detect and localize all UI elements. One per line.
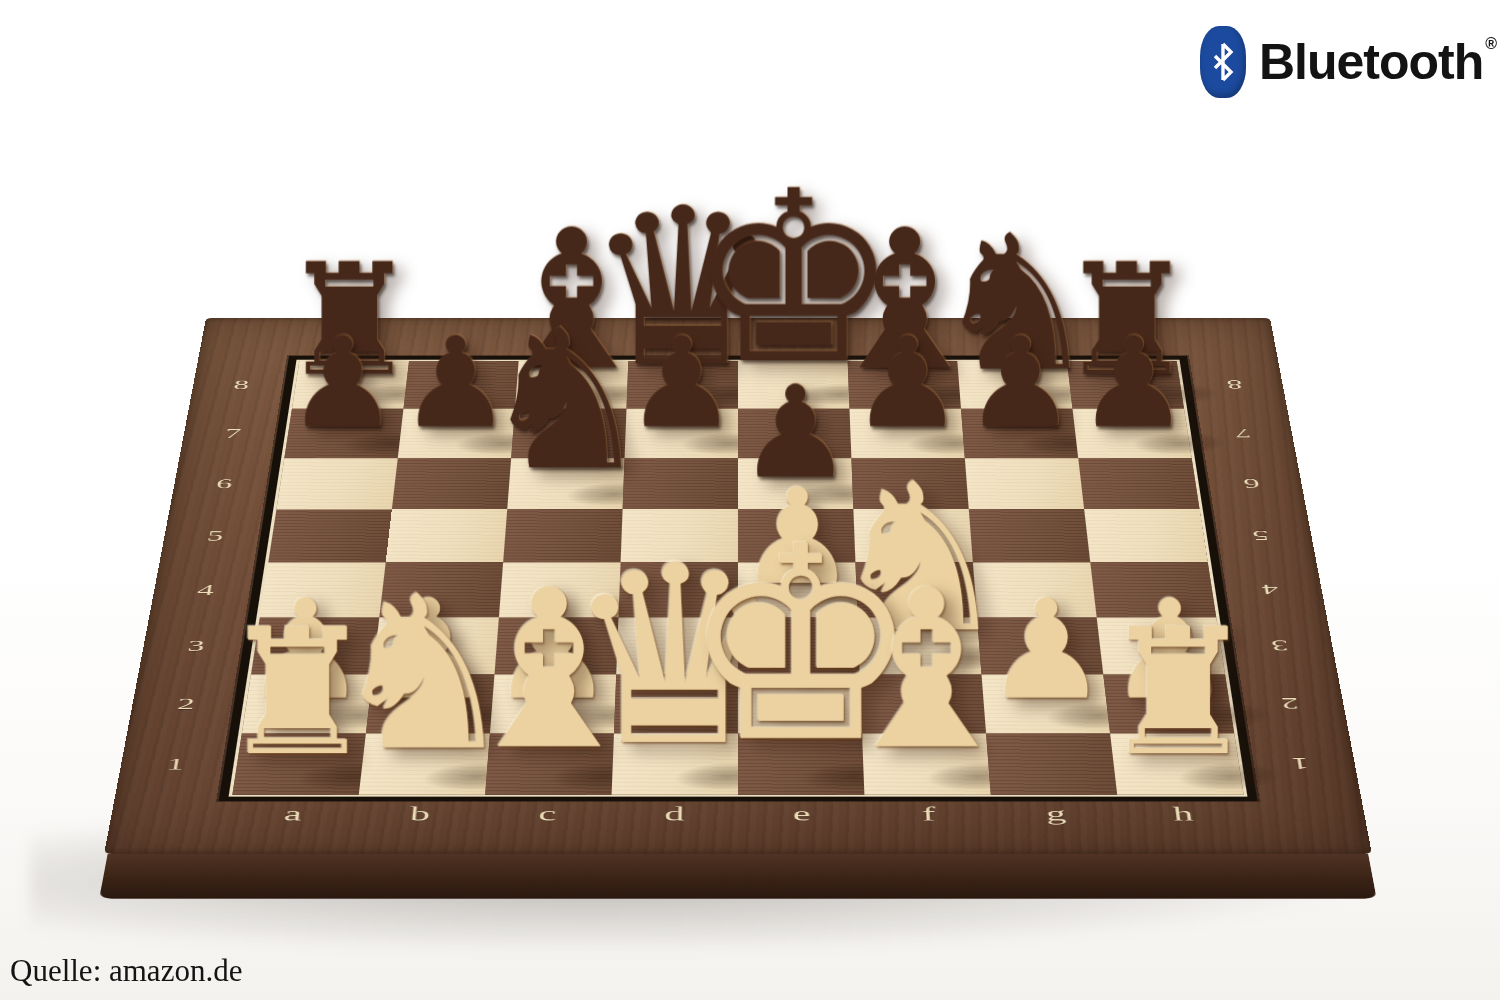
piece-white-bishop-f1: ♝ [829, 561, 1025, 780]
rank-label-left-3: 3 [186, 637, 206, 655]
bluetooth-brand-text: Bluetooth [1259, 33, 1483, 91]
rank-label-left-4: 4 [196, 581, 215, 598]
file-label-c: c [538, 803, 557, 825]
piece-white-rook-h1: ♜ [1100, 605, 1257, 780]
file-label-d: d [664, 803, 684, 825]
rank-label-right-3: 3 [1270, 637, 1290, 655]
rank-label-left-8: 8 [232, 377, 250, 392]
board-playing-area: ♜♝♛♚♝♞♜♟♟♟♟♟♟♞♟♟♞♟♟♟♟♟♜♞♝♛♚♝♜ [232, 361, 1243, 795]
square-h7: ♟ [1073, 409, 1192, 458]
board-scene: ♜♝♛♚♝♞♜♟♟♟♟♟♟♞♟♟♞♟♟♟♟♟♜♞♝♛♚♝♜ abcdefgh88… [0, 0, 1500, 1000]
piece-black-pawn-h7: ♟ [1077, 321, 1190, 446]
file-label-f: f [921, 803, 936, 825]
file-label-e: e [793, 803, 811, 825]
file-label-h: h [1172, 803, 1195, 825]
bluetooth-icon [1200, 26, 1246, 98]
rank-label-right-5: 5 [1251, 527, 1270, 544]
rank-label-right-8: 8 [1226, 377, 1244, 392]
source-caption: Quelle: amazon.de [10, 953, 242, 989]
rank-label-left-1: 1 [165, 754, 186, 773]
piece-black-pawn-g7: ♟ [964, 321, 1077, 446]
registered-trademark-symbol: ® [1485, 35, 1496, 53]
rank-label-right-7: 7 [1234, 426, 1252, 442]
square-c6: ♞ [507, 458, 624, 509]
file-label-a: a [283, 803, 304, 825]
piece-black-knight-c6: ♞ [479, 303, 653, 497]
piece-black-pawn-f7: ♟ [851, 321, 964, 446]
rank-label-right-2: 2 [1280, 694, 1300, 713]
piece-black-pawn-a7: ♟ [286, 321, 399, 446]
square-a7: ♟ [284, 409, 403, 458]
rank-label-left-2: 2 [176, 694, 196, 713]
rank-label-right-4: 4 [1260, 581, 1279, 598]
square-h1: ♜ [1110, 733, 1244, 794]
rank-label-right-1: 1 [1290, 754, 1311, 773]
rank-label-left-5: 5 [206, 527, 225, 544]
product-photo-page: ♜♝♛♚♝♞♜♟♟♟♟♟♟♞♟♟♞♟♟♟♟♟♜♞♝♛♚♝♜ abcdefgh88… [0, 0, 1500, 1000]
square-h5 [1084, 509, 1208, 562]
bluetooth-logo: Bluetooth ® [1200, 26, 1496, 98]
rank-label-right-6: 6 [1242, 476, 1261, 492]
square-a6 [276, 458, 397, 509]
rank-label-left-6: 6 [215, 476, 234, 492]
file-label-g: g [1045, 803, 1067, 825]
square-f1: ♝ [862, 733, 991, 794]
bluetooth-wordmark: Bluetooth ® [1259, 33, 1496, 91]
chess-board: ♜♝♛♚♝♞♜♟♟♟♟♟♟♞♟♟♞♟♟♟♟♟♜♞♝♛♚♝♜ abcdefgh88… [104, 318, 1372, 854]
rank-label-left-7: 7 [224, 426, 242, 442]
square-h6 [1078, 458, 1199, 509]
file-label-b: b [409, 803, 431, 825]
